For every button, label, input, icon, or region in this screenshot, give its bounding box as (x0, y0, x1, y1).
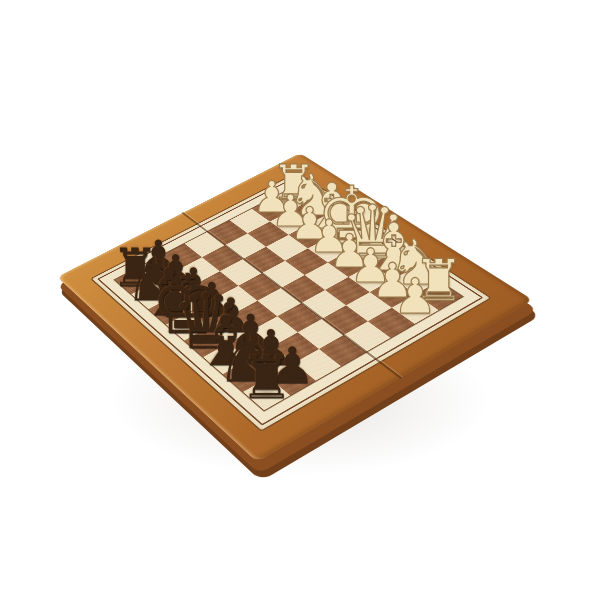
chess-set-photo: ♜♞♝♛♚♝♞♜♟♟♟♟♟♟♟♟♟♟♟♟♟♟♟♟♜♞♝♛♚♝♞♜ (0, 0, 600, 600)
